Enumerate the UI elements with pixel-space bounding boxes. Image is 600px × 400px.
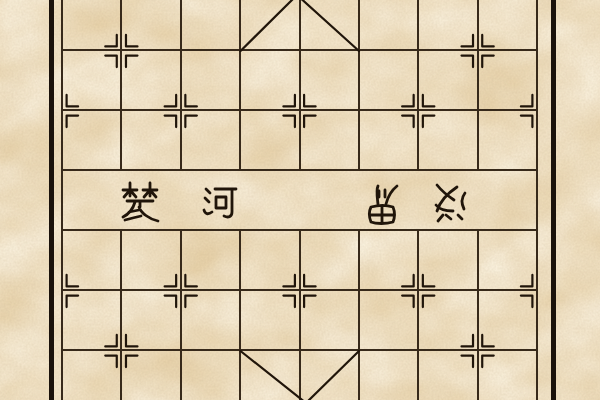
- glyph-jie-rotated: [370, 186, 398, 224]
- glyph-han-rotated: [436, 185, 465, 221]
- river-text: [123, 183, 465, 224]
- palace-diagonal-lines: [241, 0, 360, 400]
- glyph-he: [204, 189, 236, 217]
- glyph-chu: [123, 183, 158, 221]
- board-decorations: [0, 0, 600, 400]
